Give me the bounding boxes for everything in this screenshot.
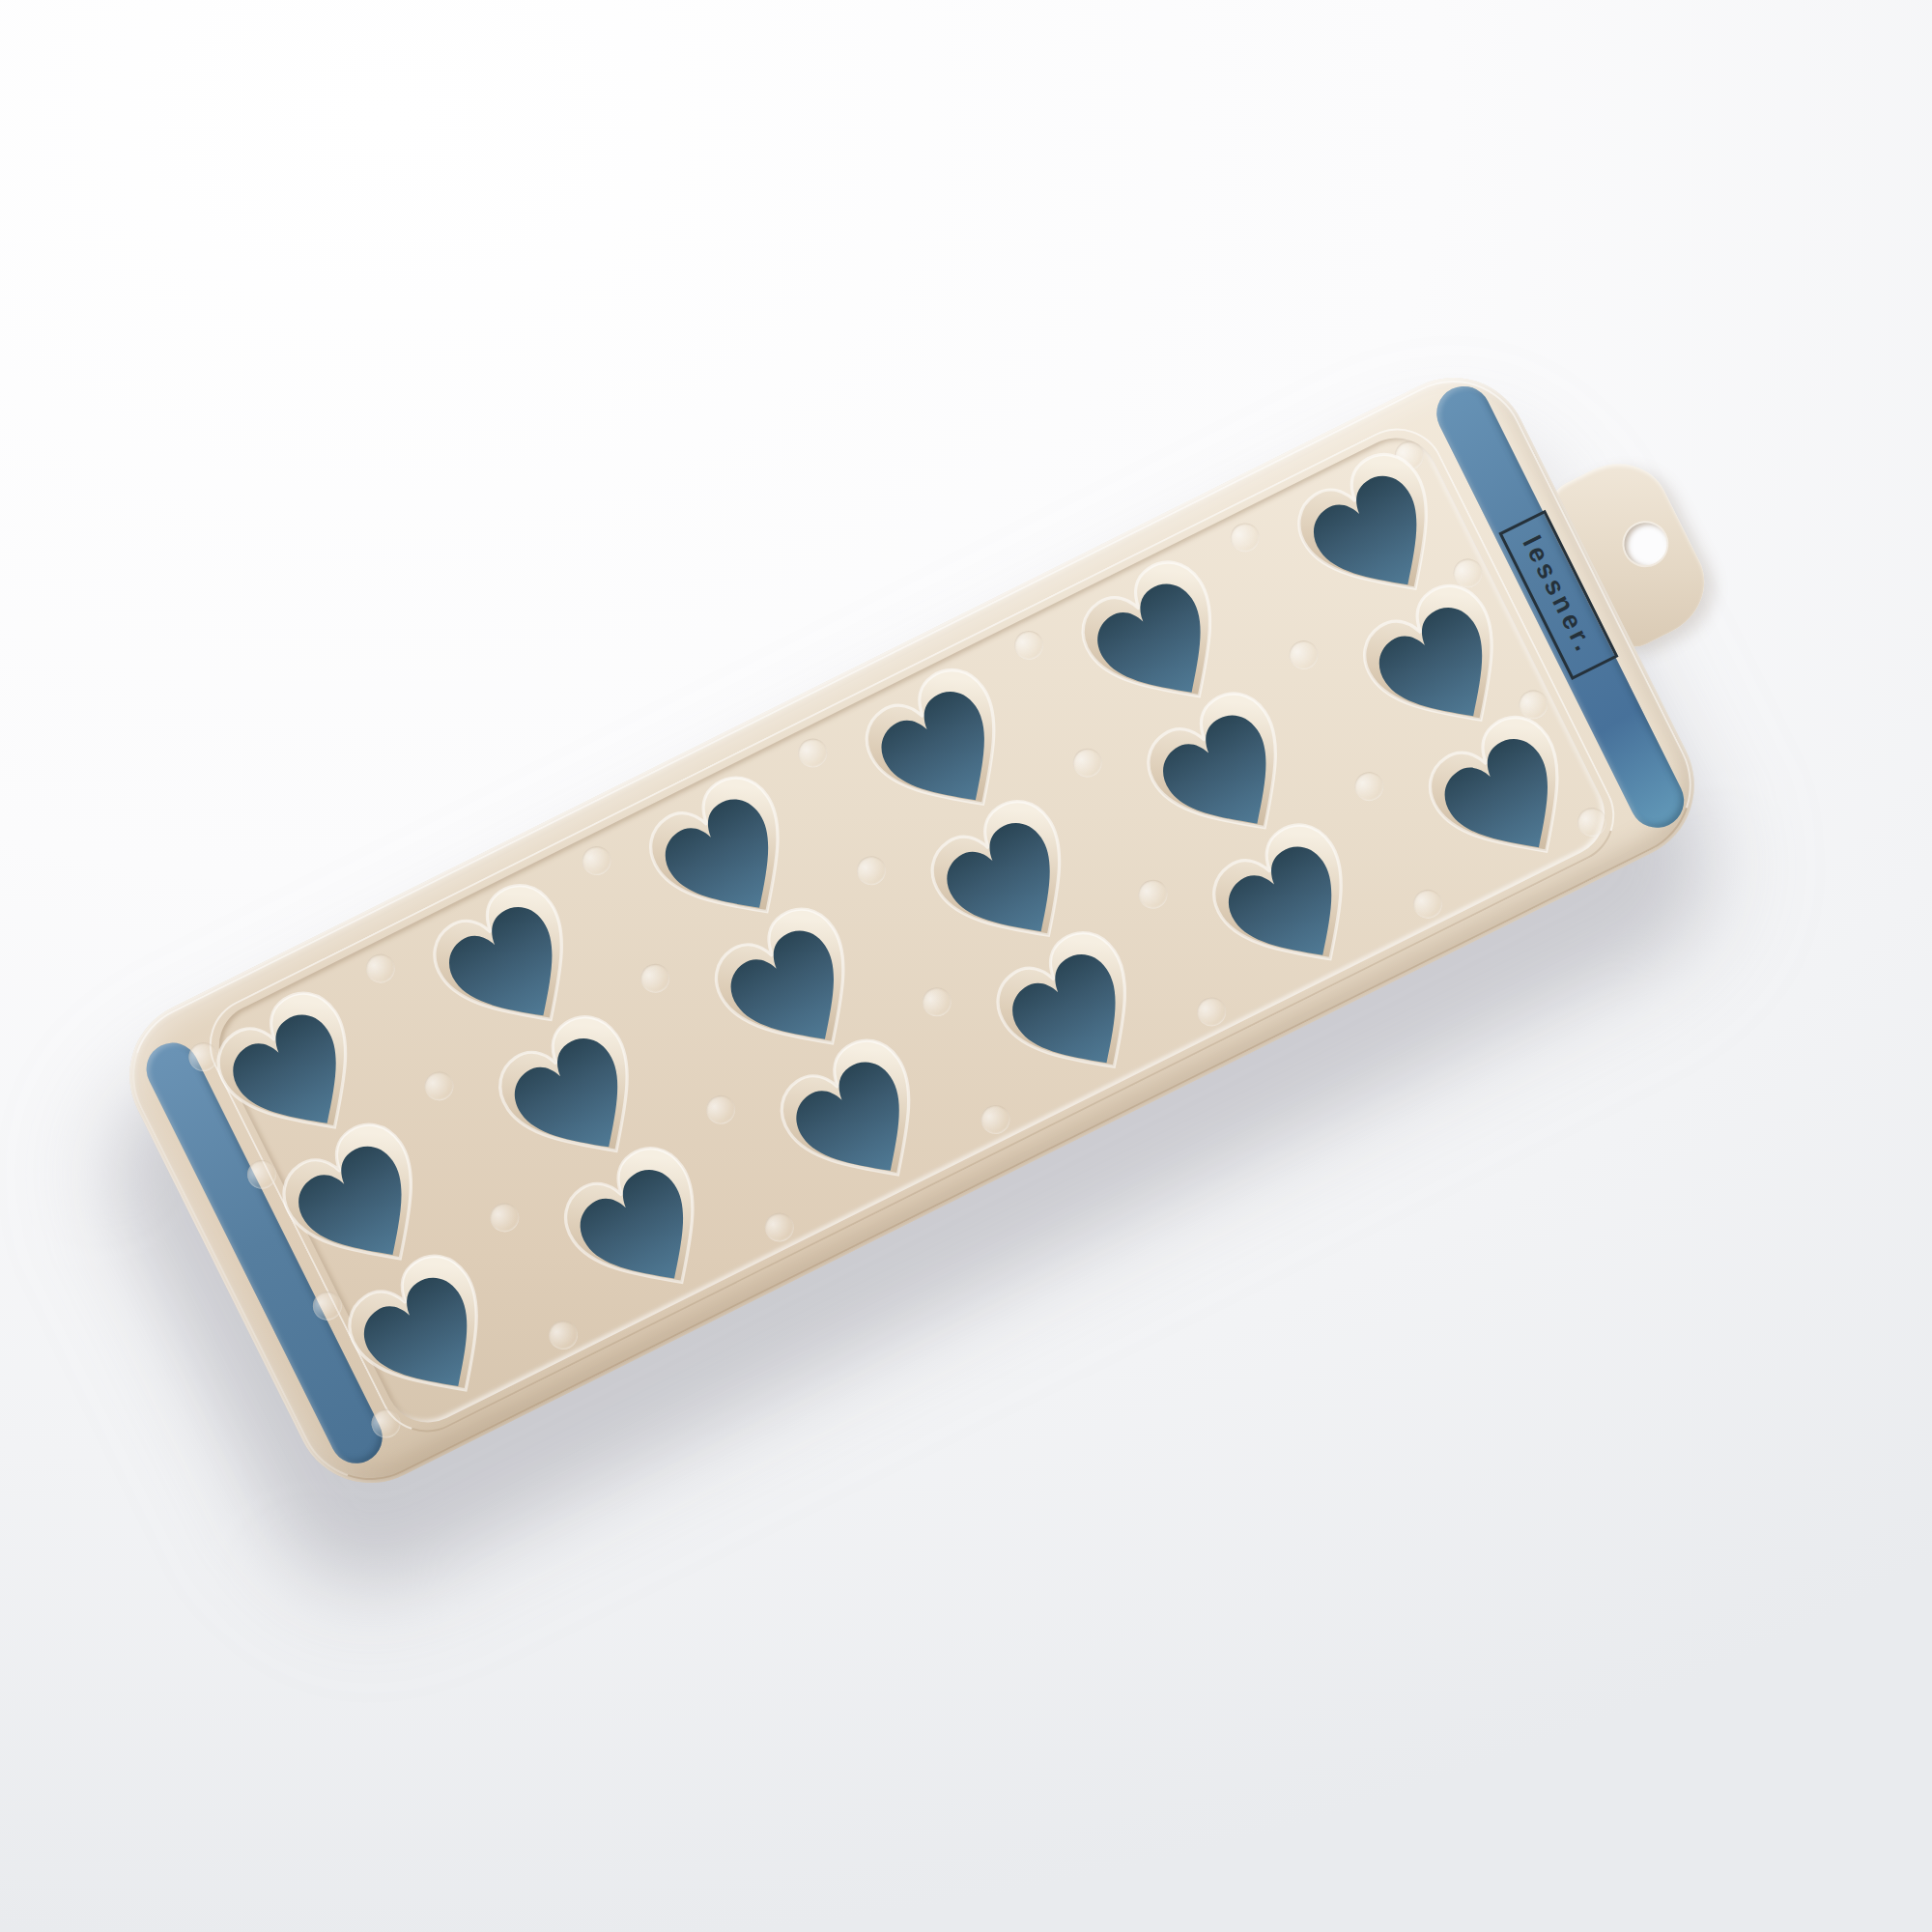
hang-hole [1617, 516, 1674, 573]
photo-background: lessner. [0, 0, 1932, 1932]
